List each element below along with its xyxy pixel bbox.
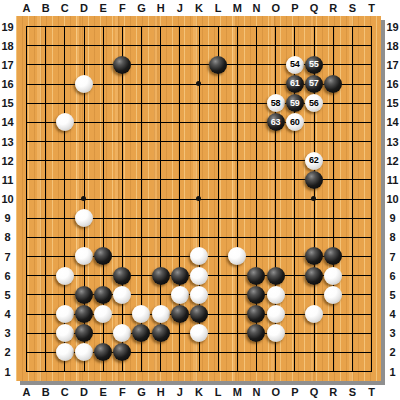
white-stone-M7 bbox=[228, 247, 246, 265]
black-stone-P15: 59 bbox=[286, 94, 304, 112]
col-label-top-F: F bbox=[112, 0, 132, 16]
white-stone-O4 bbox=[267, 305, 285, 323]
col-label-bottom-D: D bbox=[74, 384, 94, 400]
row-label-left-5: 5 bbox=[0, 287, 15, 303]
row-label-left-4: 4 bbox=[0, 306, 15, 322]
go-diagram: ABCDEFGHJKLMNOPQRST ABCDEFGHJKLMNOPQRST … bbox=[0, 0, 400, 400]
row-label-left-11: 11 bbox=[0, 172, 15, 188]
white-stone-D2 bbox=[75, 343, 93, 361]
white-stone-F5 bbox=[113, 286, 131, 304]
black-stone-R7 bbox=[324, 247, 342, 265]
row-label-right-14: 14 bbox=[385, 114, 400, 130]
row-label-right-17: 17 bbox=[385, 57, 400, 73]
col-label-bottom-O: O bbox=[266, 384, 286, 400]
black-stone-F6 bbox=[113, 267, 131, 285]
col-label-bottom-A: A bbox=[17, 384, 37, 400]
white-stone-R6 bbox=[324, 267, 342, 285]
black-stone-H3 bbox=[152, 324, 170, 342]
col-label-top-A: A bbox=[17, 0, 37, 16]
row-label-right-1: 1 bbox=[385, 364, 400, 380]
col-label-top-K: K bbox=[189, 0, 209, 16]
col-label-top-T: T bbox=[362, 0, 382, 16]
row-label-right-11: 11 bbox=[385, 172, 400, 188]
move-number-56: 56 bbox=[309, 99, 318, 108]
black-stone-F17 bbox=[113, 56, 131, 74]
white-stone-K3 bbox=[190, 324, 208, 342]
white-stone-H4 bbox=[152, 305, 170, 323]
row-label-right-19: 19 bbox=[385, 19, 400, 35]
move-number-59: 59 bbox=[290, 99, 299, 108]
white-stone-D16 bbox=[75, 75, 93, 93]
white-stone-D9 bbox=[75, 209, 93, 227]
white-stone-K5 bbox=[190, 286, 208, 304]
stones-layer: 54556157585956636062 bbox=[17, 17, 381, 381]
row-label-right-8: 8 bbox=[385, 229, 400, 245]
col-label-bottom-L: L bbox=[208, 384, 228, 400]
move-number-63: 63 bbox=[271, 118, 280, 127]
row-label-left-15: 15 bbox=[0, 95, 15, 111]
white-stone-D7 bbox=[75, 247, 93, 265]
row-label-right-12: 12 bbox=[385, 153, 400, 169]
col-label-bottom-M: M bbox=[227, 384, 247, 400]
white-stone-R5 bbox=[324, 286, 342, 304]
move-number-57: 57 bbox=[309, 79, 318, 88]
white-stone-Q12: 62 bbox=[305, 152, 323, 170]
white-stone-C6 bbox=[56, 267, 74, 285]
black-stone-O6 bbox=[267, 267, 285, 285]
white-stone-C3 bbox=[56, 324, 74, 342]
col-label-top-H: H bbox=[151, 0, 171, 16]
white-stone-J5 bbox=[171, 286, 189, 304]
row-label-right-6: 6 bbox=[385, 268, 400, 284]
col-label-bottom-T: T bbox=[362, 384, 382, 400]
black-stone-R16 bbox=[324, 75, 342, 93]
black-stone-D5 bbox=[75, 286, 93, 304]
black-stone-N4 bbox=[247, 305, 265, 323]
col-label-top-G: G bbox=[132, 0, 152, 16]
move-number-61: 61 bbox=[290, 79, 299, 88]
white-stone-C14 bbox=[56, 113, 74, 131]
col-label-bottom-R: R bbox=[323, 384, 343, 400]
col-label-bottom-F: F bbox=[112, 384, 132, 400]
black-stone-J6 bbox=[171, 267, 189, 285]
goban[interactable]: 54556157585956636062 bbox=[16, 16, 381, 381]
row-label-right-5: 5 bbox=[385, 287, 400, 303]
white-stone-G4 bbox=[132, 305, 150, 323]
row-label-right-9: 9 bbox=[385, 210, 400, 226]
col-label-top-S: S bbox=[342, 0, 362, 16]
black-stone-D3 bbox=[75, 324, 93, 342]
black-stone-N3 bbox=[247, 324, 265, 342]
white-stone-Q4 bbox=[305, 305, 323, 323]
row-label-right-10: 10 bbox=[385, 191, 400, 207]
col-label-top-D: D bbox=[74, 0, 94, 16]
move-number-58: 58 bbox=[271, 99, 280, 108]
black-stone-G3 bbox=[132, 324, 150, 342]
move-number-60: 60 bbox=[290, 118, 299, 127]
black-stone-P16: 61 bbox=[286, 75, 304, 93]
row-label-left-16: 16 bbox=[0, 76, 15, 92]
white-stone-E4 bbox=[94, 305, 112, 323]
row-label-left-12: 12 bbox=[0, 153, 15, 169]
black-stone-N5 bbox=[247, 286, 265, 304]
black-stone-K4 bbox=[190, 305, 208, 323]
white-stone-O5 bbox=[267, 286, 285, 304]
black-stone-F2 bbox=[113, 343, 131, 361]
move-number-54: 54 bbox=[290, 60, 299, 69]
black-stone-Q7 bbox=[305, 247, 323, 265]
black-stone-J4 bbox=[171, 305, 189, 323]
black-stone-Q17: 55 bbox=[305, 56, 323, 74]
col-label-top-J: J bbox=[170, 0, 190, 16]
white-stone-O15: 58 bbox=[267, 94, 285, 112]
white-stone-Q15: 56 bbox=[305, 94, 323, 112]
black-stone-N6 bbox=[247, 267, 265, 285]
white-stone-C4 bbox=[56, 305, 74, 323]
row-label-left-1: 1 bbox=[0, 364, 15, 380]
white-stone-O3 bbox=[267, 324, 285, 342]
col-label-bottom-C: C bbox=[55, 384, 75, 400]
black-stone-E7 bbox=[94, 247, 112, 265]
white-stone-P17: 54 bbox=[286, 56, 304, 74]
col-label-bottom-S: S bbox=[342, 384, 362, 400]
col-label-bottom-Q: Q bbox=[304, 384, 324, 400]
row-label-right-4: 4 bbox=[385, 306, 400, 322]
row-label-right-13: 13 bbox=[385, 134, 400, 150]
col-label-top-E: E bbox=[93, 0, 113, 16]
col-label-bottom-B: B bbox=[36, 384, 56, 400]
col-label-bottom-G: G bbox=[132, 384, 152, 400]
col-label-top-N: N bbox=[247, 0, 267, 16]
row-label-left-14: 14 bbox=[0, 114, 15, 130]
col-label-top-P: P bbox=[285, 0, 305, 16]
row-label-left-6: 6 bbox=[0, 268, 15, 284]
white-stone-K6 bbox=[190, 267, 208, 285]
black-stone-H6 bbox=[152, 267, 170, 285]
row-label-right-16: 16 bbox=[385, 76, 400, 92]
row-label-right-15: 15 bbox=[385, 95, 400, 111]
black-stone-L17 bbox=[209, 56, 227, 74]
white-stone-C2 bbox=[56, 343, 74, 361]
black-stone-Q6 bbox=[305, 267, 323, 285]
row-label-left-2: 2 bbox=[0, 344, 15, 360]
row-label-right-3: 3 bbox=[385, 325, 400, 341]
col-label-bottom-N: N bbox=[247, 384, 267, 400]
black-stone-O14: 63 bbox=[267, 113, 285, 131]
row-label-right-2: 2 bbox=[385, 344, 400, 360]
row-label-left-19: 19 bbox=[0, 19, 15, 35]
col-label-top-L: L bbox=[208, 0, 228, 16]
white-stone-P14: 60 bbox=[286, 113, 304, 131]
white-stone-K7 bbox=[190, 247, 208, 265]
col-label-bottom-K: K bbox=[189, 384, 209, 400]
row-label-left-8: 8 bbox=[0, 229, 15, 245]
white-stone-F3 bbox=[113, 324, 131, 342]
row-label-left-9: 9 bbox=[0, 210, 15, 226]
row-label-right-7: 7 bbox=[385, 249, 400, 265]
col-label-bottom-E: E bbox=[93, 384, 113, 400]
black-stone-D4 bbox=[75, 305, 93, 323]
col-label-bottom-H: H bbox=[151, 384, 171, 400]
row-label-left-18: 18 bbox=[0, 38, 15, 54]
col-label-bottom-P: P bbox=[285, 384, 305, 400]
col-label-top-M: M bbox=[227, 0, 247, 16]
row-label-left-13: 13 bbox=[0, 134, 15, 150]
black-stone-Q16: 57 bbox=[305, 75, 323, 93]
black-stone-E5 bbox=[94, 286, 112, 304]
row-label-left-17: 17 bbox=[0, 57, 15, 73]
black-stone-E2 bbox=[94, 343, 112, 361]
black-stone-Q11 bbox=[305, 171, 323, 189]
col-label-top-Q: Q bbox=[304, 0, 324, 16]
row-label-left-3: 3 bbox=[0, 325, 15, 341]
col-label-top-C: C bbox=[55, 0, 75, 16]
row-label-right-18: 18 bbox=[385, 38, 400, 54]
col-label-top-R: R bbox=[323, 0, 343, 16]
col-label-top-O: O bbox=[266, 0, 286, 16]
col-label-bottom-J: J bbox=[170, 384, 190, 400]
move-number-55: 55 bbox=[309, 60, 318, 69]
row-label-left-7: 7 bbox=[0, 249, 15, 265]
move-number-62: 62 bbox=[309, 156, 318, 165]
col-label-top-B: B bbox=[36, 0, 56, 16]
row-label-left-10: 10 bbox=[0, 191, 15, 207]
